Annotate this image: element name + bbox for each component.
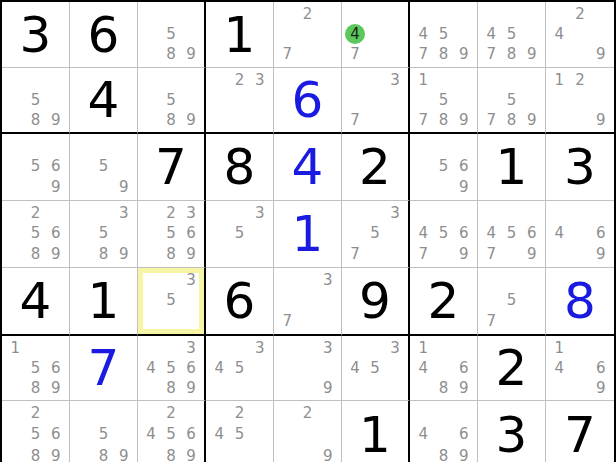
candidate-7[interactable]: 7 bbox=[413, 45, 433, 65]
candidate-9[interactable]: 9 bbox=[114, 177, 134, 198]
cell-r6c7[interactable]: 14689 bbox=[410, 336, 478, 401]
candidate-9[interactable]: 9 bbox=[114, 244, 134, 265]
candidate-9[interactable]: 9 bbox=[522, 45, 542, 65]
candidate-slot-empty bbox=[433, 338, 453, 358]
candidate-slot-empty bbox=[454, 70, 474, 90]
candidate-8[interactable]: 8 bbox=[25, 244, 45, 265]
candidate-7[interactable]: 7 bbox=[413, 110, 433, 130]
candidate-4[interactable]: 4 bbox=[481, 224, 501, 245]
cell-r4c4[interactable]: 35 bbox=[206, 201, 274, 268]
candidate-1[interactable]: 1 bbox=[413, 338, 433, 358]
candidate-slot-empty bbox=[385, 358, 405, 378]
candidate-slot-empty bbox=[590, 90, 611, 110]
candidate-5[interactable]: 5 bbox=[25, 358, 45, 378]
solved-digit: 6 bbox=[292, 75, 324, 125]
cell-r1c8[interactable]: 45789 bbox=[478, 2, 546, 68]
candidate-8[interactable]: 8 bbox=[25, 446, 45, 462]
candidate-6[interactable]: 6 bbox=[181, 358, 201, 378]
candidate-9[interactable]: 9 bbox=[522, 110, 542, 130]
candidate-slot-empty bbox=[209, 244, 229, 265]
cell-r1c2[interactable]: 6 bbox=[70, 2, 138, 68]
candidate-grid: 15789 bbox=[410, 68, 477, 132]
candidate-slot-empty bbox=[297, 291, 317, 312]
candidate-9[interactable]: 9 bbox=[318, 378, 338, 398]
cell-r3c2[interactable]: 59 bbox=[70, 134, 138, 201]
cell-r1c3[interactable]: 589 bbox=[138, 2, 206, 68]
candidate-9[interactable]: 9 bbox=[522, 244, 542, 265]
cell-r5c5[interactable]: 37 bbox=[274, 268, 342, 336]
candidate-slot-empty bbox=[297, 358, 317, 378]
candidate-9[interactable]: 9 bbox=[454, 110, 474, 130]
candidate-1[interactable]: 1 bbox=[549, 338, 570, 358]
given-digit: 7 bbox=[564, 410, 596, 460]
candidate-grid: 357 bbox=[342, 201, 408, 267]
candidate-4[interactable]: 4 bbox=[345, 358, 365, 378]
cell-r2c7[interactable]: 15789 bbox=[410, 68, 478, 134]
candidate-grid: 3589 bbox=[70, 201, 137, 267]
cell-r2c3[interactable]: 589 bbox=[138, 68, 206, 134]
candidate-8[interactable]: 8 bbox=[501, 45, 521, 65]
cell-r7c8[interactable]: 3 bbox=[478, 401, 546, 462]
candidate-slot-empty bbox=[590, 70, 611, 90]
candidate-slot-empty bbox=[345, 90, 365, 110]
cell-r1c6[interactable]: 47 bbox=[342, 2, 410, 68]
candidate-9[interactable]: 9 bbox=[454, 244, 474, 265]
candidate-5[interactable]: 5 bbox=[93, 224, 113, 245]
candidate-slot-empty bbox=[5, 378, 25, 398]
candidate-slot-empty bbox=[413, 4, 433, 24]
candidate-4[interactable]: 4 bbox=[141, 358, 161, 378]
candidate-9[interactable]: 9 bbox=[590, 244, 611, 265]
candidate-7[interactable]: 7 bbox=[481, 110, 501, 130]
candidate-slot-empty bbox=[181, 291, 201, 312]
candidate-7[interactable]: 7 bbox=[481, 244, 501, 265]
cell-r2c1[interactable]: 589 bbox=[2, 68, 70, 134]
candidate-slot-empty bbox=[73, 224, 93, 245]
candidate-grid: 589 bbox=[70, 401, 137, 462]
candidate-6[interactable]: 6 bbox=[590, 358, 611, 378]
candidate-5[interactable]: 5 bbox=[433, 224, 453, 245]
cell-r2c9[interactable]: 129 bbox=[546, 68, 614, 134]
candidate-grid: 345 bbox=[206, 336, 273, 400]
candidate-5[interactable]: 5 bbox=[161, 358, 181, 378]
candidate-slot-empty bbox=[25, 70, 45, 90]
candidate-slot-empty bbox=[365, 378, 385, 398]
cell-r6c3[interactable]: 345689 bbox=[138, 336, 206, 401]
candidate-slot-empty bbox=[141, 90, 161, 110]
candidate-5[interactable]: 5 bbox=[365, 358, 385, 378]
candidate-2[interactable]: 2 bbox=[570, 4, 591, 24]
candidate-7[interactable]: 7 bbox=[345, 110, 365, 130]
candidate-1[interactable]: 1 bbox=[549, 70, 570, 90]
cell-r1c4[interactable]: 1 bbox=[206, 2, 274, 68]
candidate-8[interactable]: 8 bbox=[161, 110, 181, 130]
cell-r1c9[interactable]: 249 bbox=[546, 2, 614, 68]
candidate-2[interactable]: 2 bbox=[570, 70, 591, 90]
cell-r2c5[interactable]: 6 bbox=[274, 68, 342, 134]
candidate-9[interactable]: 9 bbox=[181, 378, 201, 398]
candidate-grid: 27 bbox=[274, 2, 341, 67]
cell-r6c5[interactable]: 39 bbox=[274, 336, 342, 401]
cell-r6c9[interactable]: 1469 bbox=[546, 336, 614, 401]
candidate-9[interactable]: 9 bbox=[590, 45, 611, 65]
candidate-grid: 45789 bbox=[478, 2, 545, 67]
candidate-grid: 589 bbox=[138, 2, 204, 67]
cell-r4c7[interactable]: 45679 bbox=[410, 201, 478, 268]
candidate-slot-empty bbox=[250, 358, 270, 378]
candidate-3[interactable]: 3 bbox=[181, 270, 201, 291]
candidate-slot-empty bbox=[522, 70, 542, 90]
candidate-7[interactable]: 7 bbox=[277, 45, 297, 65]
given-digit: 3 bbox=[496, 410, 528, 460]
cell-r6c6[interactable]: 345 bbox=[342, 336, 410, 401]
candidate-slot-empty bbox=[46, 338, 66, 358]
candidate-5[interactable]: 5 bbox=[25, 224, 45, 245]
candidate-slot-empty bbox=[501, 270, 521, 291]
candidate-6[interactable]: 6 bbox=[454, 358, 474, 378]
candidate-slot-empty bbox=[141, 70, 161, 90]
candidate-5[interactable]: 5 bbox=[501, 24, 521, 44]
candidate-grid: 37 bbox=[274, 268, 341, 334]
candidate-1[interactable]: 1 bbox=[5, 338, 25, 358]
candidate-8[interactable]: 8 bbox=[161, 446, 181, 462]
candidate-3[interactable]: 3 bbox=[318, 270, 338, 291]
cell-r1c1[interactable]: 3 bbox=[2, 2, 70, 68]
candidate-8[interactable]: 8 bbox=[433, 378, 453, 398]
candidate-5[interactable]: 5 bbox=[433, 157, 453, 178]
candidate-slot-empty bbox=[570, 110, 591, 130]
candidate-3[interactable]: 3 bbox=[385, 338, 405, 358]
candidate-9[interactable]: 9 bbox=[46, 177, 66, 198]
cell-r4c8[interactable]: 45679 bbox=[478, 201, 546, 268]
candidate-slot-empty bbox=[277, 358, 297, 378]
candidate-slot-empty bbox=[114, 403, 134, 424]
candidate-slot-empty bbox=[73, 424, 93, 445]
candidate-3[interactable]: 3 bbox=[250, 203, 270, 224]
candidate-5[interactable]: 5 bbox=[229, 224, 249, 245]
candidate-slot-empty bbox=[385, 4, 405, 24]
cell-r2c4[interactable]: 23 bbox=[206, 68, 274, 134]
candidate-slot-empty bbox=[250, 224, 270, 245]
cell-r3c1[interactable]: 569 bbox=[2, 134, 70, 201]
candidate-8[interactable]: 8 bbox=[25, 378, 45, 398]
cell-r5c8[interactable]: 57 bbox=[478, 268, 546, 336]
candidate-slot-empty bbox=[277, 4, 297, 24]
given-digit: 8 bbox=[224, 142, 256, 192]
candidate-slot-empty bbox=[318, 311, 338, 332]
candidate-grid: 29 bbox=[274, 401, 341, 462]
candidate-slot-empty bbox=[454, 203, 474, 224]
cell-r2c8[interactable]: 5789 bbox=[478, 68, 546, 134]
candidate-4-green-highlight[interactable]: 4 bbox=[345, 24, 365, 44]
candidate-3[interactable]: 3 bbox=[385, 203, 405, 224]
given-digit: 6 bbox=[88, 10, 120, 60]
candidate-slot-empty bbox=[318, 24, 338, 44]
cell-r3c3[interactable]: 7 bbox=[138, 134, 206, 201]
candidate-3[interactable]: 3 bbox=[385, 70, 405, 90]
candidate-3[interactable]: 3 bbox=[250, 338, 270, 358]
candidate-slot-empty bbox=[365, 110, 385, 130]
candidate-5[interactable]: 5 bbox=[161, 224, 181, 245]
candidate-9[interactable]: 9 bbox=[454, 446, 474, 462]
candidate-slot-empty bbox=[161, 270, 181, 291]
candidate-9[interactable]: 9 bbox=[318, 446, 338, 462]
cell-r1c5[interactable]: 27 bbox=[274, 2, 342, 68]
cell-r3c8[interactable]: 1 bbox=[478, 134, 546, 201]
candidate-6[interactable]: 6 bbox=[46, 157, 66, 178]
cell-r5c7[interactable]: 2 bbox=[410, 268, 478, 336]
candidate-2[interactable]: 2 bbox=[297, 4, 317, 24]
candidate-7[interactable]: 7 bbox=[413, 244, 433, 265]
candidate-5[interactable]: 5 bbox=[161, 291, 181, 312]
candidate-4[interactable]: 4 bbox=[549, 224, 570, 245]
candidate-2[interactable]: 2 bbox=[229, 403, 249, 424]
candidate-slot-empty bbox=[522, 311, 542, 332]
candidate-7[interactable]: 7 bbox=[481, 45, 501, 65]
candidate-7[interactable]: 7 bbox=[345, 45, 365, 65]
candidate-slot-empty bbox=[141, 338, 161, 358]
cell-r4c3[interactable]: 235689 bbox=[138, 201, 206, 268]
cell-r7c1[interactable]: 25689 bbox=[2, 401, 70, 462]
candidate-slot-empty bbox=[590, 203, 611, 224]
candidate-5[interactable]: 5 bbox=[161, 24, 181, 44]
candidate-7[interactable]: 7 bbox=[345, 244, 365, 265]
candidate-6[interactable]: 6 bbox=[181, 224, 201, 245]
candidate-5[interactable]: 5 bbox=[433, 90, 453, 110]
cell-r5c9[interactable]: 8 bbox=[546, 268, 614, 336]
candidate-5[interactable]: 5 bbox=[433, 24, 453, 44]
candidate-9[interactable]: 9 bbox=[454, 378, 474, 398]
candidate-8[interactable]: 8 bbox=[161, 244, 181, 265]
candidate-slot-empty bbox=[590, 4, 611, 24]
cell-r6c1[interactable]: 15689 bbox=[2, 336, 70, 401]
candidate-8[interactable]: 8 bbox=[501, 110, 521, 130]
candidate-slot-empty bbox=[141, 4, 161, 24]
cell-r7c4[interactable]: 245 bbox=[206, 401, 274, 462]
candidate-slot-empty bbox=[114, 424, 134, 445]
cell-r6c8[interactable]: 2 bbox=[478, 336, 546, 401]
candidate-3[interactable]: 3 bbox=[181, 338, 201, 358]
candidate-slot-empty bbox=[209, 446, 229, 462]
candidate-slot-empty bbox=[413, 177, 433, 198]
candidate-slot-empty bbox=[73, 136, 93, 157]
cell-r7c3[interactable]: 245689 bbox=[138, 401, 206, 462]
given-digit: 1 bbox=[88, 276, 120, 326]
candidate-7[interactable]: 7 bbox=[277, 311, 297, 332]
cell-r3c5[interactable]: 4 bbox=[274, 134, 342, 201]
candidate-9[interactable]: 9 bbox=[454, 45, 474, 65]
candidate-slot-empty bbox=[318, 291, 338, 312]
candidate-5[interactable]: 5 bbox=[229, 424, 249, 445]
candidate-slot-empty bbox=[5, 446, 25, 462]
candidate-slot-empty bbox=[209, 403, 229, 424]
candidate-2[interactable]: 2 bbox=[25, 403, 45, 424]
solved-digit: 1 bbox=[292, 209, 324, 259]
candidate-5[interactable]: 5 bbox=[501, 90, 521, 110]
candidate-8[interactable]: 8 bbox=[433, 45, 453, 65]
cell-r5c2[interactable]: 1 bbox=[70, 268, 138, 336]
candidate-slot-empty bbox=[481, 270, 501, 291]
candidate-8[interactable]: 8 bbox=[93, 244, 113, 265]
candidate-4[interactable]: 4 bbox=[549, 358, 570, 378]
candidate-slot-empty bbox=[318, 4, 338, 24]
candidate-slot-empty bbox=[229, 338, 249, 358]
candidate-slot-empty bbox=[297, 311, 317, 332]
cell-r7c9[interactable]: 7 bbox=[546, 401, 614, 462]
cell-r6c4[interactable]: 345 bbox=[206, 336, 274, 401]
cell-r5c4[interactable]: 6 bbox=[206, 268, 274, 336]
cell-r3c4[interactable]: 8 bbox=[206, 134, 274, 201]
cell-r2c6[interactable]: 37 bbox=[342, 68, 410, 134]
candidate-4[interactable]: 4 bbox=[549, 24, 570, 44]
candidate-5[interactable]: 5 bbox=[501, 291, 521, 312]
cell-r7c5[interactable]: 29 bbox=[274, 401, 342, 462]
candidate-9[interactable]: 9 bbox=[454, 177, 474, 198]
candidate-slot-empty bbox=[570, 378, 591, 398]
candidate-3[interactable]: 3 bbox=[250, 70, 270, 90]
candidate-2[interactable]: 2 bbox=[25, 203, 45, 224]
candidate-9[interactable]: 9 bbox=[46, 244, 66, 265]
cell-r7c2[interactable]: 589 bbox=[70, 401, 138, 462]
candidate-8[interactable]: 8 bbox=[433, 446, 453, 462]
cell-r4c5[interactable]: 1 bbox=[274, 201, 342, 268]
candidate-2[interactable]: 2 bbox=[229, 70, 249, 90]
candidate-6[interactable]: 6 bbox=[181, 424, 201, 445]
candidate-6[interactable]: 6 bbox=[454, 224, 474, 245]
cell-r5c1[interactable]: 4 bbox=[2, 268, 70, 336]
cell-r5c3[interactable]: 35 bbox=[138, 268, 206, 336]
candidate-slot-empty bbox=[5, 157, 25, 178]
candidate-5[interactable]: 5 bbox=[25, 157, 45, 178]
candidate-4[interactable]: 4 bbox=[413, 358, 433, 378]
candidate-slot-empty bbox=[413, 157, 433, 178]
candidate-grid: 345689 bbox=[138, 336, 204, 400]
candidate-slot-empty bbox=[481, 4, 501, 24]
cell-r4c9[interactable]: 469 bbox=[546, 201, 614, 268]
candidate-5[interactable]: 5 bbox=[365, 224, 385, 245]
cell-r4c6[interactable]: 357 bbox=[342, 201, 410, 268]
candidate-6[interactable]: 6 bbox=[454, 424, 474, 445]
candidate-9[interactable]: 9 bbox=[590, 378, 611, 398]
cell-r5c6[interactable]: 9 bbox=[342, 268, 410, 336]
candidate-grid: 235689 bbox=[138, 201, 204, 267]
given-digit: 3 bbox=[564, 142, 596, 192]
candidate-3[interactable]: 3 bbox=[181, 203, 201, 224]
candidate-6[interactable]: 6 bbox=[454, 157, 474, 178]
candidate-slot-empty bbox=[209, 224, 229, 245]
candidate-8[interactable]: 8 bbox=[93, 446, 113, 462]
candidate-5[interactable]: 5 bbox=[93, 157, 113, 178]
candidate-grid: 14689 bbox=[410, 336, 477, 400]
candidate-grid: 57 bbox=[478, 268, 545, 334]
candidate-5[interactable]: 5 bbox=[229, 358, 249, 378]
candidate-6[interactable]: 6 bbox=[522, 224, 542, 245]
candidate-9[interactable]: 9 bbox=[181, 45, 201, 65]
candidate-grid: 1469 bbox=[546, 336, 614, 400]
candidate-2[interactable]: 2 bbox=[161, 403, 181, 424]
candidate-4[interactable]: 4 bbox=[413, 24, 433, 44]
candidate-slot-empty bbox=[46, 403, 66, 424]
candidate-9[interactable]: 9 bbox=[590, 110, 611, 130]
candidate-slot-empty bbox=[277, 424, 297, 445]
candidate-slot-empty bbox=[277, 291, 297, 312]
candidate-4[interactable]: 4 bbox=[141, 424, 161, 445]
candidate-slot-empty bbox=[141, 403, 161, 424]
candidate-5[interactable]: 5 bbox=[25, 90, 45, 110]
candidate-4[interactable]: 4 bbox=[413, 424, 433, 445]
candidate-slot-empty bbox=[385, 90, 405, 110]
candidate-9[interactable]: 9 bbox=[181, 110, 201, 130]
given-digit: 2 bbox=[428, 276, 460, 326]
cell-r4c2[interactable]: 3589 bbox=[70, 201, 138, 268]
candidate-2[interactable]: 2 bbox=[297, 403, 317, 424]
candidate-slot-empty bbox=[141, 446, 161, 462]
candidate-4[interactable]: 4 bbox=[209, 424, 229, 445]
candidate-5[interactable]: 5 bbox=[501, 224, 521, 245]
candidate-slot-empty bbox=[413, 378, 433, 398]
cell-r7c6[interactable]: 1 bbox=[342, 401, 410, 462]
candidate-4[interactable]: 4 bbox=[481, 24, 501, 44]
candidate-slot-empty bbox=[5, 110, 25, 130]
cell-r6c2[interactable]: 7 bbox=[70, 336, 138, 401]
candidate-slot-empty bbox=[141, 45, 161, 65]
candidate-9[interactable]: 9 bbox=[181, 446, 201, 462]
candidate-slot-empty bbox=[501, 4, 521, 24]
candidate-slot-empty bbox=[318, 424, 338, 445]
cell-r3c6[interactable]: 2 bbox=[342, 134, 410, 201]
candidate-6[interactable]: 6 bbox=[590, 224, 611, 245]
candidate-8[interactable]: 8 bbox=[433, 110, 453, 130]
candidate-slot-empty bbox=[433, 244, 453, 265]
candidate-slot-empty bbox=[385, 24, 405, 44]
candidate-5[interactable]: 5 bbox=[161, 90, 181, 110]
candidate-6[interactable]: 6 bbox=[46, 358, 66, 378]
candidate-6[interactable]: 6 bbox=[46, 424, 66, 445]
candidate-7[interactable]: 7 bbox=[481, 311, 501, 332]
candidate-slot-empty bbox=[570, 338, 591, 358]
candidate-2[interactable]: 2 bbox=[161, 203, 181, 224]
candidate-9[interactable]: 9 bbox=[46, 446, 66, 462]
cell-r7c7[interactable]: 4689 bbox=[410, 401, 478, 462]
given-digit: 1 bbox=[224, 10, 256, 60]
candidate-1[interactable]: 1 bbox=[413, 70, 433, 90]
candidate-9[interactable]: 9 bbox=[181, 244, 201, 265]
candidate-slot-empty bbox=[481, 70, 501, 90]
candidate-slot-empty bbox=[277, 446, 297, 462]
candidate-6[interactable]: 6 bbox=[46, 224, 66, 245]
candidate-4[interactable]: 4 bbox=[413, 224, 433, 245]
candidate-9[interactable]: 9 bbox=[46, 378, 66, 398]
candidate-3[interactable]: 3 bbox=[114, 203, 134, 224]
candidate-9[interactable]: 9 bbox=[114, 446, 134, 462]
cell-r3c7[interactable]: 569 bbox=[410, 134, 478, 201]
candidate-4[interactable]: 4 bbox=[209, 358, 229, 378]
candidate-grid: 245 bbox=[206, 401, 273, 462]
cell-r2c2[interactable]: 4 bbox=[70, 68, 138, 134]
candidate-8[interactable]: 8 bbox=[161, 45, 181, 65]
candidate-5[interactable]: 5 bbox=[93, 424, 113, 445]
candidate-9[interactable]: 9 bbox=[46, 110, 66, 130]
candidate-8[interactable]: 8 bbox=[25, 110, 45, 130]
candidate-grid: 129 bbox=[546, 68, 614, 132]
cell-r1c7[interactable]: 45789 bbox=[410, 2, 478, 68]
cell-r4c1[interactable]: 25689 bbox=[2, 201, 70, 268]
candidate-3[interactable]: 3 bbox=[318, 338, 338, 358]
candidate-5[interactable]: 5 bbox=[161, 424, 181, 445]
candidate-8[interactable]: 8 bbox=[161, 378, 181, 398]
candidate-5[interactable]: 5 bbox=[25, 424, 45, 445]
cell-r3c9[interactable]: 3 bbox=[546, 134, 614, 201]
